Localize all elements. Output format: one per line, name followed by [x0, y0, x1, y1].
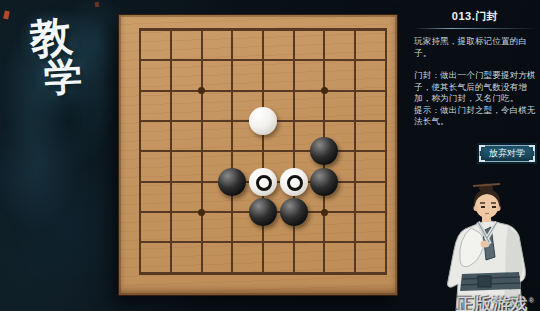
registered-icon: ® — [529, 297, 535, 304]
grid-line — [293, 90, 295, 106]
grid-line — [354, 272, 370, 274]
intersection-g7[interactable] — [309, 197, 340, 227]
grid-line — [354, 212, 356, 228]
grid-line — [170, 181, 186, 183]
grid-line — [385, 76, 387, 92]
grid-line — [170, 181, 172, 197]
grid-line — [293, 60, 295, 76]
grid-line — [231, 151, 233, 167]
grid-line — [232, 90, 248, 92]
grid-line — [262, 272, 278, 274]
grid-line — [354, 120, 370, 122]
intersection-e1[interactable] — [248, 15, 279, 45]
grid-line — [140, 120, 156, 122]
grid-line — [262, 241, 278, 243]
grid-line — [293, 242, 295, 258]
intersection-c8[interactable] — [186, 227, 217, 257]
grid-line — [201, 106, 203, 122]
lesson-hint: 提示：做出门封之型，令白棋无法长气。 — [414, 105, 536, 128]
grid-line — [201, 241, 217, 243]
intersection-a9[interactable] — [125, 258, 156, 288]
grid-line — [139, 242, 141, 258]
intersection-d3[interactable] — [217, 76, 248, 106]
grid-line — [231, 60, 233, 76]
grid-line — [293, 59, 309, 61]
intersection-a6[interactable] — [125, 167, 156, 197]
grid-line — [170, 241, 186, 243]
grid-line — [293, 150, 309, 152]
grid-line — [201, 167, 203, 183]
intersection-b3[interactable] — [156, 76, 187, 106]
red-seal-mark — [3, 11, 10, 20]
grid-line — [354, 121, 356, 137]
grid-line — [139, 167, 141, 183]
grid-line — [201, 45, 203, 61]
grid-line — [354, 211, 370, 213]
intersection-c3[interactable] — [186, 76, 217, 106]
intersection-d6[interactable] — [217, 167, 248, 197]
grid-line — [201, 150, 217, 152]
star-point — [321, 209, 328, 216]
grid-line — [201, 29, 217, 31]
grid-line — [354, 150, 370, 152]
intersection-c5[interactable] — [186, 136, 217, 166]
grid-line — [140, 59, 156, 61]
grid-line — [140, 211, 156, 213]
intersection-c4[interactable] — [186, 106, 217, 136]
grid-line — [385, 151, 387, 167]
grid-line — [201, 121, 203, 137]
grid-line — [385, 121, 387, 137]
grid-line — [170, 45, 172, 61]
app-window: 教 学 013.门封 玩家持黑，提取标记位置的白子。 门封：做出一个门型要提对方… — [0, 0, 540, 311]
grid-line — [385, 197, 387, 213]
black-stone[interactable] — [218, 168, 246, 196]
lesson-title: 013.门封 — [414, 9, 536, 24]
grid-line — [139, 227, 141, 243]
grid-line — [293, 76, 295, 92]
intersection-f1[interactable] — [278, 15, 309, 45]
intersection-f3[interactable] — [278, 76, 309, 106]
grid-line — [170, 90, 172, 106]
grid-line — [293, 45, 295, 61]
intersection-b6[interactable] — [156, 167, 187, 197]
grid-line — [139, 181, 141, 197]
grid-line — [139, 258, 141, 274]
intersection-h5[interactable] — [340, 136, 371, 166]
intersection-e8[interactable] — [248, 227, 279, 257]
grid-line — [324, 120, 340, 122]
intersection-g9[interactable] — [309, 258, 340, 288]
grid-line — [293, 120, 309, 122]
grid-line — [354, 181, 356, 197]
grid-line — [323, 45, 325, 61]
intersection-a1[interactable] — [125, 15, 156, 45]
intersection-g4[interactable] — [309, 106, 340, 136]
grid-line — [231, 45, 233, 61]
intersection-c7[interactable] — [186, 197, 217, 227]
grid-line — [354, 181, 370, 183]
title-divider — [416, 28, 534, 29]
grid-line — [170, 242, 172, 258]
intersection-e4[interactable] — [248, 106, 279, 136]
grid-line — [354, 197, 356, 213]
grid-line — [262, 60, 264, 76]
banner-char-xue: 学 — [43, 51, 84, 104]
grid-line — [385, 242, 387, 258]
grid-line — [231, 76, 233, 92]
grid-line — [354, 167, 356, 183]
grid-line — [354, 60, 356, 76]
intersection-a7[interactable] — [125, 197, 156, 227]
grid-line — [231, 121, 233, 137]
grid-line — [293, 227, 295, 243]
grid-line — [170, 76, 172, 92]
grid-line — [293, 90, 309, 92]
grid-line — [231, 258, 233, 274]
grid-line — [139, 90, 141, 106]
grid-line — [231, 30, 233, 46]
grid-line — [139, 151, 141, 167]
intersection-f8[interactable] — [278, 227, 309, 257]
grid-line — [323, 60, 325, 76]
grid-line — [262, 90, 264, 106]
intersection-e9[interactable] — [248, 258, 279, 288]
intersection-g2[interactable] — [309, 45, 340, 75]
grid-line — [140, 181, 156, 183]
grid-line — [201, 242, 203, 258]
intersection-d7[interactable] — [217, 197, 248, 227]
grid-line — [170, 106, 172, 122]
grid-line — [140, 90, 156, 92]
button-corner — [529, 145, 535, 151]
grid-line — [201, 258, 203, 274]
intersection-h6[interactable] — [340, 167, 371, 197]
intersection-i5[interactable] — [370, 136, 401, 166]
grid-line — [170, 120, 186, 122]
grid-line — [231, 106, 233, 122]
intersection-e7[interactable] — [248, 197, 279, 227]
grid-line — [385, 30, 387, 46]
grid-line — [262, 59, 278, 61]
grid-line — [140, 29, 156, 31]
grid-line — [201, 60, 203, 76]
intersection-f5[interactable] — [278, 136, 309, 166]
grid-line — [354, 227, 356, 243]
grid-line — [354, 106, 356, 122]
grid-line — [293, 136, 295, 152]
grid-line — [385, 106, 387, 122]
intersection-f6[interactable] — [278, 167, 309, 197]
grid-line — [139, 136, 141, 152]
grid-line — [170, 227, 172, 243]
go-board[interactable] — [118, 14, 398, 296]
intersection-d1[interactable] — [217, 15, 248, 45]
grid-line — [293, 30, 295, 46]
intersection-h4[interactable] — [340, 106, 371, 136]
star-point — [198, 209, 205, 216]
intersection-h3[interactable] — [340, 76, 371, 106]
intersection-a4[interactable] — [125, 106, 156, 136]
intersection-g5[interactable] — [309, 136, 340, 166]
intersection-b1[interactable] — [156, 15, 187, 45]
intersection-d9[interactable] — [217, 258, 248, 288]
star-point — [321, 87, 328, 94]
grid-line — [262, 227, 264, 243]
intersection-d2[interactable] — [217, 45, 248, 75]
grid-line — [140, 272, 156, 274]
grid-line — [140, 150, 156, 152]
intersection-g1[interactable] — [309, 15, 340, 45]
grid-line — [262, 45, 264, 61]
grid-line — [293, 29, 309, 31]
go-grid — [125, 15, 401, 288]
intersection-h1[interactable] — [340, 15, 371, 45]
intersection-c6[interactable] — [186, 167, 217, 197]
intersection-f9[interactable] — [278, 258, 309, 288]
black-stone[interactable] — [310, 137, 338, 165]
grid-line — [385, 60, 387, 76]
grid-line — [354, 29, 370, 31]
grid-line — [231, 136, 233, 152]
intersection-e2[interactable] — [248, 45, 279, 75]
grid-line — [170, 272, 186, 274]
grid-line — [139, 45, 141, 61]
grid-line — [232, 29, 248, 31]
grid-line — [170, 151, 172, 167]
grid-line — [354, 90, 356, 106]
grid-line — [232, 272, 248, 274]
intersection-h9[interactable] — [340, 258, 371, 288]
grid-line — [201, 30, 203, 46]
grid-line — [231, 227, 233, 243]
intersection-h8[interactable] — [340, 227, 371, 257]
grid-line — [201, 181, 203, 197]
grid-line — [139, 30, 141, 46]
grid-line — [170, 136, 172, 152]
grid-line — [201, 227, 203, 243]
grid-line — [232, 120, 248, 122]
grid-line — [385, 258, 387, 274]
grid-line — [232, 59, 248, 61]
give-up-button-label: 放弃对学 — [489, 148, 525, 158]
grid-line — [201, 151, 203, 167]
grid-line — [385, 212, 387, 228]
grid-line — [170, 60, 172, 76]
grid-line — [354, 90, 370, 92]
teaching-banner: 教 学 — [0, 0, 130, 210]
black-stone[interactable] — [280, 198, 308, 226]
intersection-b8[interactable] — [156, 227, 187, 257]
button-corner — [479, 156, 485, 162]
grid-line — [354, 59, 370, 61]
grid-line — [139, 197, 141, 213]
grid-line — [323, 258, 325, 274]
grid-line — [323, 30, 325, 46]
grid-line — [139, 76, 141, 92]
grid-line — [231, 242, 233, 258]
intersection-a3[interactable] — [125, 76, 156, 106]
grid-line — [324, 59, 340, 61]
black-stone[interactable] — [249, 198, 277, 226]
lesson-explanation: 门封：做出一个门型要提对方棋子，使其长气后的气数没有增加，称为门封，又名门吃。 — [414, 70, 536, 105]
intersection-b5[interactable] — [156, 136, 187, 166]
grid-line — [170, 258, 172, 274]
grid-line — [323, 242, 325, 258]
grid-line — [232, 150, 248, 152]
grid-line — [170, 90, 186, 92]
grid-line — [324, 29, 340, 31]
grid-line — [139, 121, 141, 137]
white-stone-marked[interactable] — [249, 168, 277, 196]
intersection-g6[interactable] — [309, 167, 340, 197]
grid-line — [170, 30, 172, 46]
intersection-a2[interactable] — [125, 45, 156, 75]
intersection-d4[interactable] — [217, 106, 248, 136]
white-stone-marked[interactable] — [280, 168, 308, 196]
intersection-b9[interactable] — [156, 258, 187, 288]
grid-line — [354, 242, 356, 258]
lesson-objective: 玩家持黑，提取标记位置的白子。 — [414, 36, 536, 59]
intersection-b7[interactable] — [156, 197, 187, 227]
grid-line — [385, 181, 387, 197]
intersection-i6[interactable] — [370, 167, 401, 197]
grid-line — [324, 272, 340, 274]
intersection-c1[interactable] — [186, 15, 217, 45]
grid-line — [170, 167, 172, 183]
grid-line — [354, 30, 356, 46]
intersection-b4[interactable] — [156, 106, 187, 136]
grid-line — [201, 59, 217, 61]
intersection-i7[interactable] — [370, 197, 401, 227]
grid-line — [293, 106, 295, 122]
grid-line — [354, 151, 356, 167]
circle-mark-icon — [256, 175, 272, 191]
grid-line — [262, 150, 278, 152]
grid-line — [354, 258, 356, 274]
grid-line — [262, 90, 278, 92]
intersection-e5[interactable] — [248, 136, 279, 166]
grid-line — [170, 212, 172, 228]
intersection-d5[interactable] — [217, 136, 248, 166]
intersection-i1[interactable] — [370, 15, 401, 45]
black-stone[interactable] — [310, 168, 338, 196]
grid-line — [262, 30, 264, 46]
grid-line — [293, 151, 295, 167]
grid-line — [140, 241, 156, 243]
grid-line — [262, 29, 278, 31]
grid-line — [231, 90, 233, 106]
grid-line — [354, 241, 370, 243]
grid-line — [262, 136, 264, 152]
intersection-f7[interactable] — [278, 197, 309, 227]
grid-line — [354, 136, 356, 152]
grid-line — [139, 106, 141, 122]
grid-line — [201, 272, 217, 274]
grid-line — [170, 59, 186, 61]
intersection-e3[interactable] — [248, 76, 279, 106]
grid-line — [170, 150, 186, 152]
grid-line — [139, 60, 141, 76]
star-point — [198, 87, 205, 94]
grid-line — [323, 227, 325, 243]
watermark: 正版游戏® — [457, 293, 535, 311]
intersection-h2[interactable] — [340, 45, 371, 75]
intersection-i4[interactable] — [370, 106, 401, 136]
intersection-i2[interactable] — [370, 45, 401, 75]
intersection-e6[interactable] — [248, 167, 279, 197]
grid-line — [201, 181, 217, 183]
red-seal-mark-small — [95, 2, 100, 8]
grid-line — [293, 258, 295, 274]
intersection-c2[interactable] — [186, 45, 217, 75]
grid-line — [293, 272, 309, 274]
grid-line — [262, 76, 264, 92]
grid-line — [170, 29, 186, 31]
grid-line — [385, 227, 387, 243]
mentor-illustration — [434, 182, 540, 311]
intersection-f4[interactable] — [278, 106, 309, 136]
circle-mark-icon — [287, 175, 303, 191]
grid-line — [232, 211, 248, 213]
grid-line — [354, 76, 356, 92]
intersection-f2[interactable] — [278, 45, 309, 75]
grid-line — [385, 167, 387, 183]
intersection-i3[interactable] — [370, 76, 401, 106]
grid-line — [170, 197, 172, 213]
grid-line — [139, 212, 141, 228]
grid-line — [385, 136, 387, 152]
intersection-i8[interactable] — [370, 227, 401, 257]
grid-line — [262, 151, 264, 167]
grid-line — [232, 241, 248, 243]
grid-line — [324, 241, 340, 243]
intersection-h7[interactable] — [340, 197, 371, 227]
grid-line — [385, 45, 387, 61]
grid-line — [201, 120, 217, 122]
button-corner — [529, 156, 535, 162]
grid-line — [323, 121, 325, 137]
give-up-button[interactable]: 放弃对学 — [479, 145, 535, 162]
intersection-b2[interactable] — [156, 45, 187, 75]
grid-line — [201, 136, 203, 152]
grid-line — [170, 211, 186, 213]
grid-line — [293, 241, 309, 243]
white-stone[interactable] — [249, 107, 277, 135]
intersection-g8[interactable] — [309, 227, 340, 257]
grid-line — [262, 258, 264, 274]
intersection-c9[interactable] — [186, 258, 217, 288]
grid-line — [293, 121, 295, 137]
grid-line — [231, 197, 233, 213]
intersection-i9[interactable] — [370, 258, 401, 288]
intersection-a8[interactable] — [125, 227, 156, 257]
watermark-text: 正版游戏 — [457, 295, 529, 311]
grid-line — [323, 106, 325, 122]
button-corner — [479, 145, 485, 151]
intersection-a5[interactable] — [125, 136, 156, 166]
lesson-panel: 013.门封 玩家持黑，提取标记位置的白子。 门封：做出一个门型要提对方棋子，使… — [414, 9, 536, 128]
grid-line — [354, 45, 356, 61]
intersection-g3[interactable] — [309, 76, 340, 106]
grid-line — [262, 242, 264, 258]
grid-line — [385, 90, 387, 106]
grid-line — [231, 212, 233, 228]
intersection-d8[interactable] — [217, 227, 248, 257]
grid-line — [170, 121, 172, 137]
